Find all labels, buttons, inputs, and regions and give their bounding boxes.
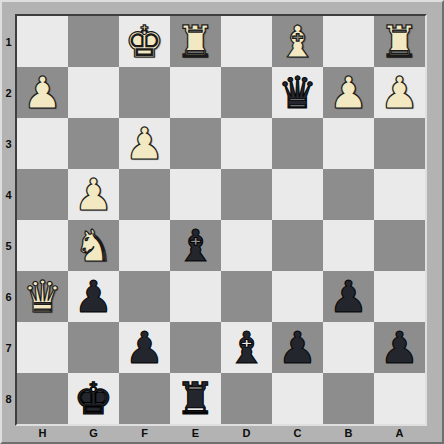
piece-black-bishop-e5[interactable]: ♝ bbox=[176, 220, 215, 271]
square-a1[interactable]: ♜ bbox=[374, 16, 425, 67]
square-f1[interactable]: ♚ bbox=[119, 16, 170, 67]
square-b1[interactable] bbox=[323, 16, 374, 67]
square-f8[interactable] bbox=[119, 373, 170, 424]
rank-label-7: 7 bbox=[2, 322, 15, 373]
square-g1[interactable] bbox=[68, 16, 119, 67]
square-d1[interactable] bbox=[221, 16, 272, 67]
square-f4[interactable] bbox=[119, 169, 170, 220]
square-d7[interactable]: ♝ bbox=[221, 322, 272, 373]
piece-black-pawn-c7[interactable]: ♟ bbox=[278, 322, 317, 373]
rank-label-8: 8 bbox=[2, 373, 15, 424]
square-c1[interactable]: ♝ bbox=[272, 16, 323, 67]
file-labels: HGFEDCBA bbox=[17, 425, 425, 441]
piece-black-pawn-b6[interactable]: ♟ bbox=[329, 271, 368, 322]
file-label-f: F bbox=[119, 425, 170, 441]
piece-black-pawn-g6[interactable]: ♟ bbox=[74, 271, 113, 322]
rank-label-2: 2 bbox=[2, 67, 15, 118]
square-g2[interactable] bbox=[68, 67, 119, 118]
square-b2[interactable]: ♟ bbox=[323, 67, 374, 118]
square-h3[interactable] bbox=[17, 118, 68, 169]
square-c3[interactable] bbox=[272, 118, 323, 169]
square-e6[interactable] bbox=[170, 271, 221, 322]
piece-white-rook-a1[interactable]: ♜ bbox=[380, 16, 419, 67]
piece-black-rook-e8[interactable]: ♜ bbox=[176, 373, 215, 424]
piece-white-pawn-g4[interactable]: ♟ bbox=[74, 169, 113, 220]
square-b6[interactable]: ♟ bbox=[323, 271, 374, 322]
square-a5[interactable] bbox=[374, 220, 425, 271]
square-e8[interactable]: ♜ bbox=[170, 373, 221, 424]
piece-black-king-g8[interactable]: ♚ bbox=[74, 373, 113, 424]
file-label-d: D bbox=[221, 425, 272, 441]
square-d4[interactable] bbox=[221, 169, 272, 220]
square-h2[interactable]: ♟ bbox=[17, 67, 68, 118]
square-g6[interactable]: ♟ bbox=[68, 271, 119, 322]
chess-board: ♚♜♝♜♟♛♟♟♟♟♞♝♛♟♟♟♝♟♟♚♜ bbox=[15, 14, 427, 426]
square-g8[interactable]: ♚ bbox=[68, 373, 119, 424]
square-d3[interactable] bbox=[221, 118, 272, 169]
square-c6[interactable] bbox=[272, 271, 323, 322]
square-c7[interactable]: ♟ bbox=[272, 322, 323, 373]
piece-black-pawn-a7[interactable]: ♟ bbox=[380, 322, 419, 373]
square-e4[interactable] bbox=[170, 169, 221, 220]
rank-label-5: 5 bbox=[2, 220, 15, 271]
piece-white-pawn-a2[interactable]: ♟ bbox=[380, 67, 419, 118]
square-f5[interactable] bbox=[119, 220, 170, 271]
square-d5[interactable] bbox=[221, 220, 272, 271]
square-e2[interactable] bbox=[170, 67, 221, 118]
square-d8[interactable] bbox=[221, 373, 272, 424]
piece-white-queen-h6[interactable]: ♛ bbox=[23, 271, 62, 322]
square-b3[interactable] bbox=[323, 118, 374, 169]
square-g3[interactable] bbox=[68, 118, 119, 169]
file-label-a: A bbox=[374, 425, 425, 441]
file-label-g: G bbox=[68, 425, 119, 441]
piece-white-pawn-h2[interactable]: ♟ bbox=[23, 67, 62, 118]
square-c8[interactable] bbox=[272, 373, 323, 424]
square-e3[interactable] bbox=[170, 118, 221, 169]
square-a6[interactable] bbox=[374, 271, 425, 322]
square-f3[interactable]: ♟ bbox=[119, 118, 170, 169]
square-h1[interactable] bbox=[17, 16, 68, 67]
piece-white-pawn-b2[interactable]: ♟ bbox=[329, 67, 368, 118]
square-f6[interactable] bbox=[119, 271, 170, 322]
square-h4[interactable] bbox=[17, 169, 68, 220]
rank-label-6: 6 bbox=[2, 271, 15, 322]
square-g7[interactable] bbox=[68, 322, 119, 373]
square-e7[interactable] bbox=[170, 322, 221, 373]
square-b5[interactable] bbox=[323, 220, 374, 271]
square-c4[interactable] bbox=[272, 169, 323, 220]
file-label-c: C bbox=[272, 425, 323, 441]
rank-labels: 12345678 bbox=[2, 16, 15, 424]
square-a8[interactable] bbox=[374, 373, 425, 424]
piece-black-bishop-d7[interactable]: ♝ bbox=[227, 322, 266, 373]
square-e1[interactable]: ♜ bbox=[170, 16, 221, 67]
square-d6[interactable] bbox=[221, 271, 272, 322]
square-c5[interactable] bbox=[272, 220, 323, 271]
square-a4[interactable] bbox=[374, 169, 425, 220]
chess-diagram: 12345678 ♚♜♝♜♟♛♟♟♟♟♞♝♛♟♟♟♝♟♟♚♜ HGFEDCBA bbox=[0, 0, 444, 444]
square-h6[interactable]: ♛ bbox=[17, 271, 68, 322]
square-g4[interactable]: ♟ bbox=[68, 169, 119, 220]
piece-black-pawn-f7[interactable]: ♟ bbox=[125, 322, 164, 373]
square-b7[interactable] bbox=[323, 322, 374, 373]
square-h5[interactable] bbox=[17, 220, 68, 271]
square-a2[interactable]: ♟ bbox=[374, 67, 425, 118]
piece-white-pawn-f3[interactable]: ♟ bbox=[125, 118, 164, 169]
rank-label-3: 3 bbox=[2, 118, 15, 169]
file-label-h: H bbox=[17, 425, 68, 441]
square-g5[interactable]: ♞ bbox=[68, 220, 119, 271]
file-label-b: B bbox=[323, 425, 374, 441]
square-c2[interactable]: ♛ bbox=[272, 67, 323, 118]
piece-black-queen-c2[interactable]: ♛ bbox=[278, 67, 317, 118]
file-label-e: E bbox=[170, 425, 221, 441]
piece-white-king-f1[interactable]: ♚ bbox=[125, 16, 164, 67]
square-h8[interactable] bbox=[17, 373, 68, 424]
square-f7[interactable]: ♟ bbox=[119, 322, 170, 373]
square-a7[interactable]: ♟ bbox=[374, 322, 425, 373]
rank-label-4: 4 bbox=[2, 169, 15, 220]
square-h7[interactable] bbox=[17, 322, 68, 373]
square-b8[interactable] bbox=[323, 373, 374, 424]
square-b4[interactable] bbox=[323, 169, 374, 220]
piece-white-knight-g5[interactable]: ♞ bbox=[74, 220, 113, 271]
square-e5[interactable]: ♝ bbox=[170, 220, 221, 271]
rank-label-1: 1 bbox=[2, 16, 15, 67]
square-d2[interactable] bbox=[221, 67, 272, 118]
square-a3[interactable] bbox=[374, 118, 425, 169]
square-f2[interactable] bbox=[119, 67, 170, 118]
piece-white-rook-e1[interactable]: ♜ bbox=[176, 16, 215, 67]
piece-white-bishop-c1[interactable]: ♝ bbox=[278, 16, 317, 67]
